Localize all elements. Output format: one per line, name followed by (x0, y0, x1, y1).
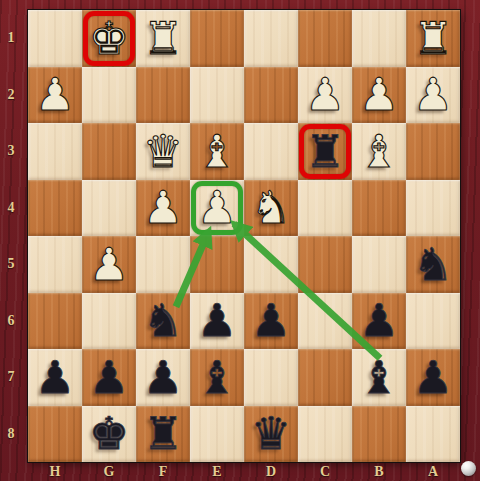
black-pawn[interactable]: ♟ (28, 349, 82, 406)
square-h4[interactable] (28, 180, 82, 237)
square-d8[interactable]: ♛ (244, 406, 298, 463)
white-king[interactable]: ♚ (82, 10, 136, 67)
square-b4[interactable] (352, 180, 406, 237)
square-c4[interactable] (298, 180, 352, 237)
square-a4[interactable] (406, 180, 460, 237)
square-f6[interactable]: ♞ (136, 293, 190, 350)
square-h2[interactable]: ♟ (28, 67, 82, 124)
square-f5[interactable] (136, 236, 190, 293)
square-b8[interactable] (352, 406, 406, 463)
square-e3[interactable]: ♝ (190, 123, 244, 180)
file-label-f: F (136, 462, 190, 481)
square-e1[interactable] (190, 10, 244, 67)
square-h1[interactable] (28, 10, 82, 67)
square-d3[interactable] (244, 123, 298, 180)
white-pawn[interactable]: ♟ (82, 236, 136, 293)
file-label-a: A (406, 462, 460, 481)
square-d5[interactable] (244, 236, 298, 293)
file-label-h: H (28, 462, 82, 481)
square-h8[interactable] (28, 406, 82, 463)
square-e5[interactable] (190, 236, 244, 293)
white-rook[interactable]: ♜ (136, 10, 190, 67)
square-g7[interactable]: ♟ (82, 349, 136, 406)
black-bishop[interactable]: ♝ (352, 349, 406, 406)
rank-label-4: 4 (0, 180, 28, 237)
square-a2[interactable]: ♟ (406, 67, 460, 124)
square-f2[interactable] (136, 67, 190, 124)
square-f3[interactable]: ♛ (136, 123, 190, 180)
square-h5[interactable] (28, 236, 82, 293)
square-b3[interactable]: ♝ (352, 123, 406, 180)
square-e7[interactable]: ♝ (190, 349, 244, 406)
file-label-e: E (190, 462, 244, 481)
file-label-b: B (352, 462, 406, 481)
square-e2[interactable] (190, 67, 244, 124)
square-e6[interactable]: ♟ (190, 293, 244, 350)
square-a8[interactable] (406, 406, 460, 463)
rank-label-2: 2 (0, 67, 28, 124)
rank-label-1: 1 (0, 10, 28, 67)
file-labels: HGFEDCBA (28, 462, 460, 481)
square-g3[interactable] (82, 123, 136, 180)
square-h6[interactable] (28, 293, 82, 350)
white-pawn[interactable]: ♟ (136, 180, 190, 237)
black-knight[interactable]: ♞ (136, 293, 190, 350)
white-bishop[interactable]: ♝ (352, 123, 406, 180)
file-label-c: C (298, 462, 352, 481)
file-label-g: G (82, 462, 136, 481)
white-pawn[interactable]: ♟ (28, 67, 82, 124)
square-d1[interactable] (244, 10, 298, 67)
white-knight[interactable]: ♞ (244, 180, 298, 237)
square-b1[interactable] (352, 10, 406, 67)
square-g5[interactable]: ♟ (82, 236, 136, 293)
square-g8[interactable]: ♚ (82, 406, 136, 463)
rank-label-6: 6 (0, 293, 28, 350)
square-c2[interactable]: ♟ (298, 67, 352, 124)
square-g2[interactable] (82, 67, 136, 124)
black-knight[interactable]: ♞ (406, 236, 460, 293)
square-f7[interactable]: ♟ (136, 349, 190, 406)
black-pawn[interactable]: ♟ (136, 349, 190, 406)
square-a6[interactable] (406, 293, 460, 350)
file-label-d: D (244, 462, 298, 481)
white-pawn[interactable]: ♟ (298, 67, 352, 124)
square-g4[interactable] (82, 180, 136, 237)
square-d4[interactable]: ♞ (244, 180, 298, 237)
black-queen[interactable]: ♛ (244, 406, 298, 463)
rank-label-3: 3 (0, 123, 28, 180)
square-a7[interactable]: ♟ (406, 349, 460, 406)
square-c3[interactable]: ♜ (298, 123, 352, 180)
square-c1[interactable] (298, 10, 352, 67)
square-a3[interactable] (406, 123, 460, 180)
black-bishop[interactable]: ♝ (190, 349, 244, 406)
square-e4[interactable]: ♟ (190, 180, 244, 237)
rank-label-8: 8 (0, 406, 28, 463)
white-to-move-indicator (461, 461, 476, 476)
rank-label-5: 5 (0, 236, 28, 293)
square-c5[interactable] (298, 236, 352, 293)
square-d2[interactable] (244, 67, 298, 124)
square-h3[interactable] (28, 123, 82, 180)
square-h7[interactable]: ♟ (28, 349, 82, 406)
square-b2[interactable]: ♟ (352, 67, 406, 124)
square-d7[interactable] (244, 349, 298, 406)
square-f4[interactable]: ♟ (136, 180, 190, 237)
black-pawn[interactable]: ♟ (352, 293, 406, 350)
square-e8[interactable] (190, 406, 244, 463)
square-c8[interactable] (298, 406, 352, 463)
white-rook[interactable]: ♜ (406, 10, 460, 67)
square-f8[interactable]: ♜ (136, 406, 190, 463)
black-king[interactable]: ♚ (82, 406, 136, 463)
black-rook[interactable]: ♜ (136, 406, 190, 463)
square-a5[interactable]: ♞ (406, 236, 460, 293)
square-b5[interactable] (352, 236, 406, 293)
white-bishop[interactable]: ♝ (190, 123, 244, 180)
square-g6[interactable] (82, 293, 136, 350)
white-queen[interactable]: ♛ (136, 123, 190, 180)
black-pawn[interactable]: ♟ (82, 349, 136, 406)
black-rook[interactable]: ♜ (298, 123, 352, 180)
chess-board: ♚♜♜♟♟♟♟♛♝♜♝♟♟♞♟♞♞♟♟♟♟♟♟♝♝♟♚♜♛ (28, 10, 460, 462)
black-pawn[interactable]: ♟ (190, 293, 244, 350)
square-a1[interactable]: ♜ (406, 10, 460, 67)
square-b7[interactable]: ♝ (352, 349, 406, 406)
rank-label-7: 7 (0, 349, 28, 406)
black-pawn[interactable]: ♟ (244, 293, 298, 350)
square-d6[interactable]: ♟ (244, 293, 298, 350)
white-pawn[interactable]: ♟ (406, 67, 460, 124)
rank-labels: 12345678 (0, 10, 28, 462)
square-c6[interactable] (298, 293, 352, 350)
square-g1[interactable]: ♚ (82, 10, 136, 67)
black-pawn[interactable]: ♟ (406, 349, 460, 406)
square-b6[interactable]: ♟ (352, 293, 406, 350)
white-pawn[interactable]: ♟ (352, 67, 406, 124)
white-pawn[interactable]: ♟ (190, 180, 244, 237)
square-c7[interactable] (298, 349, 352, 406)
square-f1[interactable]: ♜ (136, 10, 190, 67)
